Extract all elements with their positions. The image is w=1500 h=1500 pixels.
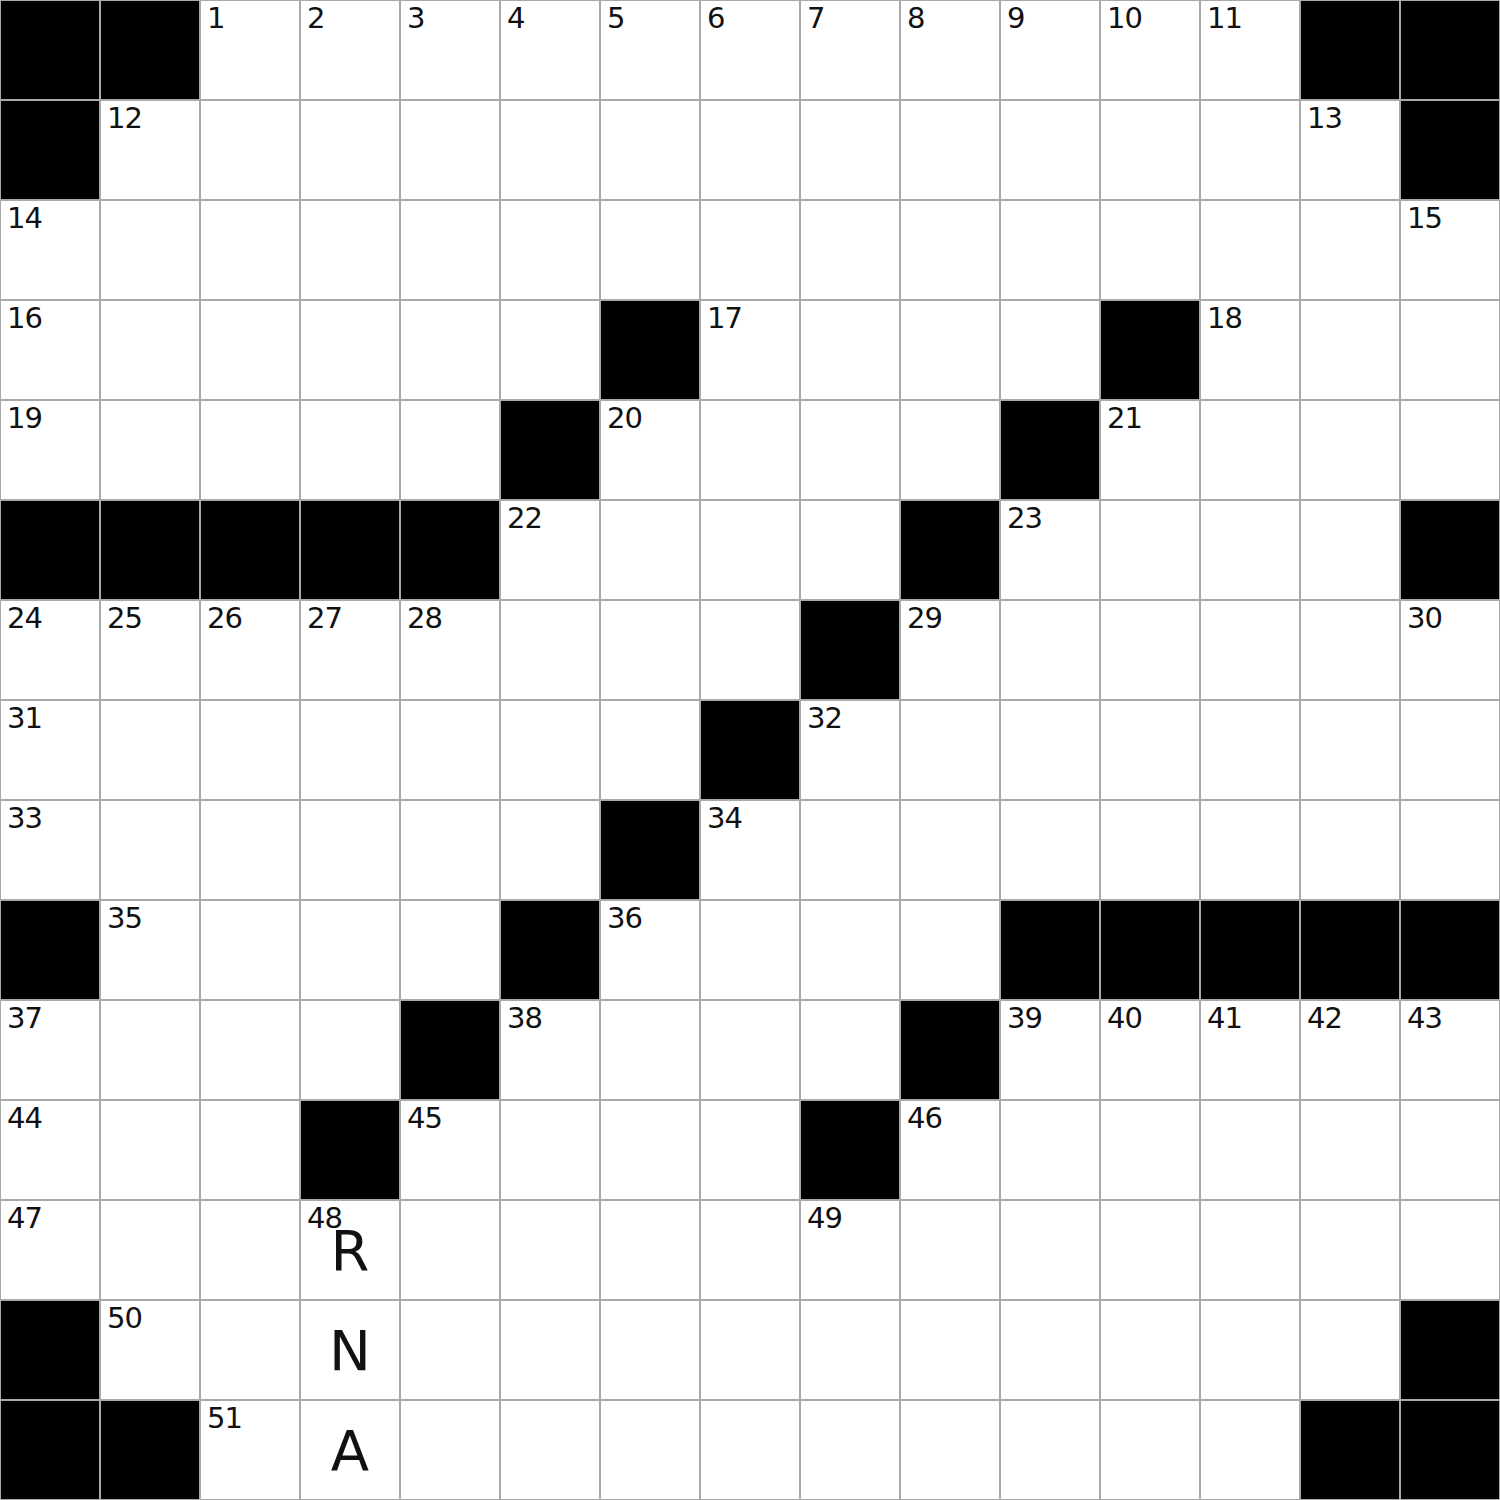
clue-number: 12 [107,104,142,133]
block-cell [600,300,700,400]
grid-cell[interactable]: 42 [1300,1000,1400,1100]
grid-cell[interactable] [1200,1200,1300,1300]
grid-cell[interactable] [200,100,300,200]
grid-cell[interactable] [1200,1300,1300,1400]
grid-cell[interactable] [1300,400,1400,500]
grid-cell[interactable] [600,1300,700,1400]
grid-cell[interactable] [1300,1300,1400,1400]
grid-cell[interactable] [900,700,1000,800]
grid-cell[interactable] [700,1200,800,1300]
grid-cell[interactable] [200,800,300,900]
grid-cell[interactable]: 11 [1200,0,1300,100]
grid-cell[interactable] [100,300,200,400]
block-cell [800,600,900,700]
block-cell [1300,1400,1400,1500]
grid-cell[interactable]: 6 [700,0,800,100]
grid-cell[interactable] [1100,1400,1200,1500]
grid-cell[interactable]: 37 [0,1000,100,1100]
block-cell [500,400,600,500]
cell-letter: A [301,1401,399,1499]
clue-number: 10 [1107,4,1142,33]
grid-cell[interactable] [1300,800,1400,900]
crossword-grid: 1234567891011121314151617181920212223242… [0,0,1500,1500]
grid-cell[interactable] [600,1200,700,1300]
grid-cell[interactable]: 15 [1400,200,1500,300]
grid-cell[interactable] [500,1300,600,1400]
block-cell [0,500,100,600]
block-cell [400,500,500,600]
clue-number: 6 [707,4,724,33]
grid-cell[interactable] [1200,700,1300,800]
grid-cell[interactable] [1100,500,1200,600]
grid-cell[interactable] [1300,600,1400,700]
block-cell [800,1100,900,1200]
grid-cell[interactable] [800,1400,900,1500]
block-cell [1000,900,1100,1000]
clue-number: 3 [407,4,424,33]
clue-number: 1 [207,4,224,33]
grid-cell[interactable] [500,1400,600,1500]
grid-cell[interactable] [1200,1400,1300,1500]
grid-cell[interactable] [1100,800,1200,900]
grid-cell[interactable] [500,1200,600,1300]
grid-cell[interactable] [1000,1100,1100,1200]
grid-cell[interactable] [500,300,600,400]
grid-cell[interactable] [600,1400,700,1500]
grid-cell[interactable]: 51 [200,1400,300,1500]
grid-cell[interactable] [400,100,500,200]
grid-cell[interactable] [400,700,500,800]
block-cell [300,500,400,600]
clue-number: 16 [7,304,42,333]
grid-cell[interactable]: 31 [0,700,100,800]
grid-cell[interactable]: 24 [0,600,100,700]
grid-cell[interactable]: 33 [0,800,100,900]
block-cell [1400,100,1500,200]
grid-cell[interactable]: 12 [100,100,200,200]
grid-cell[interactable] [400,1200,500,1300]
grid-cell[interactable] [800,500,900,600]
clue-number: 32 [807,704,842,733]
grid-cell[interactable] [1400,1100,1500,1200]
block-cell [0,1300,100,1400]
grid-cell[interactable] [100,1200,200,1300]
grid-cell[interactable] [1100,1200,1200,1300]
grid-cell[interactable] [400,400,500,500]
grid-cell[interactable] [700,1400,800,1500]
clue-number: 13 [1307,104,1342,133]
clue-number: 20 [607,404,642,433]
block-cell [1400,900,1500,1000]
grid-cell[interactable] [300,100,400,200]
grid-cell[interactable] [900,1200,1000,1300]
grid-cell[interactable] [1100,200,1200,300]
grid-cell[interactable]: 35 [100,900,200,1000]
grid-cell[interactable] [200,700,300,800]
clue-number: 50 [107,1304,142,1333]
grid-cell[interactable] [1000,1300,1100,1400]
block-cell [1300,900,1400,1000]
grid-cell[interactable]: 29 [900,600,1000,700]
clue-number: 41 [1207,1004,1242,1033]
grid-cell[interactable]: 27 [300,600,400,700]
block-cell [0,100,100,200]
grid-cell[interactable] [1200,800,1300,900]
grid-cell[interactable] [700,400,800,500]
grid-cell[interactable] [300,400,400,500]
clue-number: 24 [7,604,42,633]
cell-letter: N [301,1301,399,1399]
grid-cell[interactable] [800,1300,900,1400]
grid-cell[interactable] [600,1000,700,1100]
grid-cell[interactable] [900,200,1000,300]
grid-cell[interactable] [300,1000,400,1100]
grid-cell[interactable] [700,600,800,700]
grid-cell[interactable] [200,200,300,300]
grid-cell[interactable] [800,1000,900,1100]
grid-cell[interactable] [500,100,600,200]
grid-cell[interactable]: 19 [0,400,100,500]
grid-cell[interactable] [500,700,600,800]
grid-cell[interactable] [1400,300,1500,400]
grid-cell[interactable]: 23 [1000,500,1100,600]
grid-cell[interactable] [600,700,700,800]
grid-cell[interactable]: 47 [0,1200,100,1300]
grid-cell[interactable] [1200,600,1300,700]
grid-cell[interactable] [1000,600,1100,700]
grid-cell[interactable]: 7 [800,0,900,100]
block-cell [1100,900,1200,1000]
clue-number: 30 [1407,604,1442,633]
clue-number: 21 [1107,404,1142,433]
block-cell [700,700,800,800]
block-cell [900,500,1000,600]
clue-number: 44 [7,1104,42,1133]
grid-cell[interactable] [400,1400,500,1500]
grid-cell[interactable] [900,400,1000,500]
grid-cell[interactable] [800,100,900,200]
grid-cell[interactable] [900,1400,1000,1500]
grid-cell[interactable] [600,500,700,600]
grid-cell[interactable]: 8 [900,0,1000,100]
block-cell [200,500,300,600]
grid-cell[interactable]: 2 [300,0,400,100]
grid-cell[interactable] [600,200,700,300]
clue-number: 27 [307,604,342,633]
grid-cell[interactable] [200,1000,300,1100]
grid-cell[interactable]: 10 [1100,0,1200,100]
grid-cell[interactable] [1400,400,1500,500]
grid-cell[interactable]: 34 [700,800,800,900]
grid-cell[interactable]: 13 [1300,100,1400,200]
clue-number: 14 [7,204,42,233]
cell-letter: R [301,1201,399,1299]
grid-cell[interactable] [1000,1400,1100,1500]
block-cell [400,1000,500,1100]
grid-cell[interactable] [700,1100,800,1200]
grid-cell[interactable]: 4 [500,0,600,100]
grid-cell[interactable] [500,800,600,900]
clue-number: 43 [1407,1004,1442,1033]
grid-cell[interactable] [400,200,500,300]
grid-cell[interactable] [600,600,700,700]
grid-cell[interactable] [700,100,800,200]
block-cell [600,800,700,900]
block-cell [1400,500,1500,600]
grid-cell[interactable] [900,1300,1000,1400]
block-cell [300,1100,400,1200]
grid-cell[interactable]: 44 [0,1100,100,1200]
clue-number: 17 [707,304,742,333]
clue-number: 33 [7,804,42,833]
grid-cell[interactable] [700,1000,800,1100]
grid-cell[interactable]: 46 [900,1100,1000,1200]
clue-number: 37 [7,1004,42,1033]
grid-cell[interactable] [800,200,900,300]
clue-number: 19 [7,404,42,433]
grid-cell[interactable] [1400,800,1500,900]
grid-cell[interactable]: 28 [400,600,500,700]
grid-cell[interactable] [1300,200,1400,300]
grid-cell[interactable] [200,300,300,400]
grid-cell[interactable]: 40 [1100,1000,1200,1100]
grid-cell[interactable] [1200,500,1300,600]
grid-cell[interactable] [700,500,800,600]
grid-cell[interactable] [1300,1100,1400,1200]
grid-cell[interactable] [1400,700,1500,800]
grid-cell[interactable]: 36 [600,900,700,1000]
grid-cell[interactable] [1000,800,1100,900]
grid-cell[interactable] [300,700,400,800]
grid-cell[interactable] [600,1100,700,1200]
grid-cell[interactable]: 26 [200,600,300,700]
clue-number: 5 [607,4,624,33]
grid-cell[interactable]: 39 [1000,1000,1100,1100]
block-cell [100,500,200,600]
grid-cell[interactable] [200,1100,300,1200]
clue-number: 39 [1007,1004,1042,1033]
clue-number: 26 [207,604,242,633]
page: 1234567891011121314151617181920212223242… [0,0,1500,1500]
grid-cell[interactable] [900,100,1000,200]
block-cell [100,0,200,100]
grid-cell[interactable] [1100,1100,1200,1200]
clue-number: 46 [907,1104,942,1133]
clue-number: 31 [7,704,42,733]
clue-number: 15 [1407,204,1442,233]
grid-cell[interactable]: 48R [300,1200,400,1300]
grid-cell[interactable] [300,900,400,1000]
grid-cell[interactable] [100,400,200,500]
clue-number: 25 [107,604,142,633]
grid-cell[interactable] [800,300,900,400]
grid-cell[interactable] [200,400,300,500]
grid-cell[interactable] [300,300,400,400]
grid-cell[interactable] [100,200,200,300]
clue-number: 28 [407,604,442,633]
grid-cell[interactable]: 38 [500,1000,600,1100]
grid-cell[interactable]: N [300,1300,400,1400]
grid-cell[interactable]: 30 [1400,600,1500,700]
grid-cell[interactable] [1200,400,1300,500]
grid-cell[interactable] [200,900,300,1000]
grid-cell[interactable]: 16 [0,300,100,400]
grid-cell[interactable] [1000,300,1100,400]
block-cell [0,1400,100,1500]
clue-number: 36 [607,904,642,933]
grid-cell[interactable] [100,1100,200,1200]
clue-number: 35 [107,904,142,933]
grid-cell[interactable] [500,600,600,700]
grid-cell[interactable]: 32 [800,700,900,800]
grid-cell[interactable]: 22 [500,500,600,600]
block-cell [1300,0,1400,100]
grid-cell[interactable]: 18 [1200,300,1300,400]
grid-cell[interactable] [900,300,1000,400]
grid-cell[interactable]: 5 [600,0,700,100]
grid-cell[interactable] [1300,700,1400,800]
grid-cell[interactable] [1000,100,1100,200]
clue-number: 38 [507,1004,542,1033]
block-cell [100,1400,200,1500]
grid-cell[interactable] [500,200,600,300]
block-cell [0,900,100,1000]
block-cell [1400,1400,1500,1500]
grid-cell[interactable]: 3 [400,0,500,100]
clue-number: 11 [1207,4,1242,33]
clue-number: 23 [1007,504,1042,533]
block-cell [0,0,100,100]
grid-cell[interactable] [1300,300,1400,400]
grid-cell[interactable] [1100,1300,1200,1400]
grid-cell[interactable] [900,900,1000,1000]
grid-cell[interactable] [700,900,800,1000]
grid-cell[interactable] [400,800,500,900]
grid-cell[interactable]: A [300,1400,400,1500]
grid-cell[interactable]: 9 [1000,0,1100,100]
grid-cell[interactable]: 1 [200,0,300,100]
clue-number: 51 [207,1404,242,1433]
grid-cell[interactable] [1000,1200,1100,1300]
grid-cell[interactable] [400,900,500,1000]
block-cell [1100,300,1200,400]
grid-cell[interactable] [200,1300,300,1400]
grid-cell[interactable]: 14 [0,200,100,300]
grid-cell[interactable]: 45 [400,1100,500,1200]
grid-cell[interactable] [1200,200,1300,300]
grid-cell[interactable] [800,900,900,1000]
grid-cell[interactable] [1300,500,1400,600]
clue-number: 2 [307,4,324,33]
grid-cell[interactable]: 20 [600,400,700,500]
clue-number: 49 [807,1204,842,1233]
grid-cell[interactable] [1100,100,1200,200]
clue-number: 4 [507,4,524,33]
block-cell [1400,1300,1500,1400]
clue-number: 18 [1207,304,1242,333]
block-cell [1000,400,1100,500]
grid-cell[interactable] [1200,1100,1300,1200]
grid-cell[interactable]: 49 [800,1200,900,1300]
clue-number: 22 [507,504,542,533]
block-cell [500,900,600,1000]
grid-cell[interactable]: 43 [1400,1000,1500,1100]
clue-number: 45 [407,1104,442,1133]
grid-cell[interactable] [700,200,800,300]
grid-cell[interactable]: 21 [1100,400,1200,500]
block-cell [1400,0,1500,100]
clue-number: 9 [1007,4,1024,33]
grid-cell[interactable] [1100,600,1200,700]
grid-cell[interactable]: 25 [100,600,200,700]
block-cell [1200,900,1300,1000]
clue-number: 8 [907,4,924,33]
grid-cell[interactable] [700,1300,800,1400]
clue-number: 47 [7,1204,42,1233]
grid-cell[interactable] [1300,1200,1400,1300]
grid-cell[interactable] [300,800,400,900]
grid-cell[interactable] [100,800,200,900]
grid-cell[interactable] [500,1100,600,1200]
grid-cell[interactable] [200,1200,300,1300]
grid-cell[interactable] [800,400,900,500]
grid-cell[interactable] [400,300,500,400]
grid-cell[interactable] [300,200,400,300]
grid-cell[interactable] [1100,700,1200,800]
grid-cell[interactable] [900,800,1000,900]
grid-cell[interactable] [600,100,700,200]
grid-cell[interactable] [100,1000,200,1100]
clue-number: 34 [707,804,742,833]
grid-cell[interactable] [800,800,900,900]
clue-number: 29 [907,604,942,633]
grid-cell[interactable] [400,1300,500,1400]
grid-cell[interactable] [1000,200,1100,300]
block-cell [900,1000,1000,1100]
clue-number: 40 [1107,1004,1142,1033]
clue-number: 42 [1307,1004,1342,1033]
grid-cell[interactable] [100,700,200,800]
grid-cell[interactable] [1400,1200,1500,1300]
clue-number: 7 [807,4,824,33]
grid-cell[interactable] [1000,700,1100,800]
grid-cell[interactable]: 50 [100,1300,200,1400]
grid-cell[interactable] [1200,100,1300,200]
grid-cell[interactable]: 41 [1200,1000,1300,1100]
grid-cell[interactable]: 17 [700,300,800,400]
